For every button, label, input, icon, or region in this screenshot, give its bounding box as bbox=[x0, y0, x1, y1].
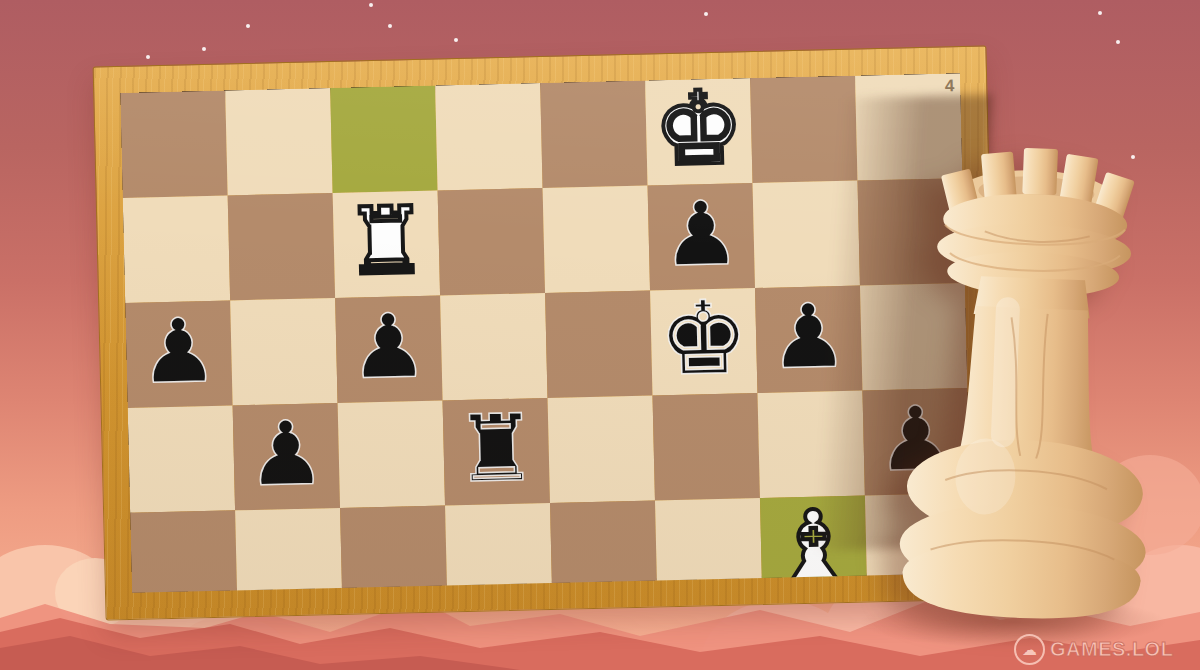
square-g6[interactable] bbox=[230, 298, 337, 405]
square-d4[interactable] bbox=[540, 81, 647, 188]
square-g7[interactable]: ♟ bbox=[233, 403, 340, 510]
square-h4[interactable] bbox=[120, 90, 227, 197]
white-bishop: ♝ bbox=[760, 493, 867, 593]
square-b4[interactable] bbox=[750, 76, 857, 183]
square-f5[interactable]: ♜ bbox=[333, 191, 440, 298]
star-icon bbox=[454, 38, 458, 42]
scene: ♚4♜♟♟♟♚♟♟♜♟♝ bbox=[0, 0, 1200, 670]
star-icon bbox=[1098, 11, 1102, 15]
square-d6[interactable] bbox=[545, 291, 652, 398]
star-icon bbox=[146, 55, 150, 59]
star-icon bbox=[1116, 40, 1120, 44]
black-pawn: ♟ bbox=[233, 400, 340, 507]
white-king: ♚ bbox=[645, 75, 752, 182]
chess-board: ♚4♜♟♟♟♚♟♟♜♟♝ bbox=[120, 73, 972, 593]
square-c4[interactable]: ♚ bbox=[645, 78, 752, 185]
square-b8[interactable]: ♝ bbox=[760, 496, 867, 593]
square-f6[interactable]: ♟ bbox=[335, 295, 442, 402]
games-lol-cloud-icon: ☁ bbox=[1014, 634, 1045, 665]
board-frame: ♚4♜♟♟♟♚♟♟♜♟♝ bbox=[93, 46, 1000, 621]
rank-label-4: 4 bbox=[945, 76, 955, 96]
square-b6[interactable]: ♟ bbox=[755, 286, 862, 393]
square-g5[interactable] bbox=[228, 193, 335, 300]
square-d7[interactable] bbox=[548, 396, 655, 503]
star-icon bbox=[369, 3, 373, 7]
black-pawn: ♟ bbox=[335, 292, 442, 399]
square-h8[interactable] bbox=[130, 510, 237, 592]
black-pawn: ♟ bbox=[755, 283, 862, 390]
rook-column bbox=[958, 306, 1100, 463]
square-c5[interactable]: ♟ bbox=[648, 183, 755, 290]
square-h6[interactable]: ♟ bbox=[125, 300, 232, 407]
square-f4[interactable] bbox=[330, 86, 437, 193]
star-icon bbox=[704, 12, 708, 16]
star-icon bbox=[388, 24, 392, 28]
square-b7[interactable] bbox=[757, 391, 864, 498]
black-king: ♚ bbox=[650, 285, 757, 392]
wooden-rook-3d bbox=[880, 138, 1160, 628]
star-icon bbox=[202, 47, 206, 51]
square-f7[interactable] bbox=[338, 400, 445, 507]
square-c7[interactable] bbox=[653, 393, 760, 500]
square-d5[interactable] bbox=[543, 186, 650, 293]
white-rook: ♜ bbox=[333, 188, 440, 295]
square-e5[interactable] bbox=[438, 188, 545, 295]
square-b5[interactable] bbox=[753, 181, 860, 288]
square-e7[interactable]: ♜ bbox=[443, 398, 550, 505]
star-icon bbox=[246, 24, 250, 28]
square-c8[interactable] bbox=[655, 498, 762, 593]
black-pawn: ♟ bbox=[647, 180, 754, 287]
games-lol-text: GAMES.LOL bbox=[1050, 638, 1173, 661]
square-h5[interactable] bbox=[123, 195, 230, 302]
square-c6[interactable]: ♚ bbox=[650, 288, 757, 395]
square-e4[interactable] bbox=[435, 83, 542, 190]
square-e8[interactable] bbox=[445, 503, 552, 593]
black-rook: ♜ bbox=[442, 395, 549, 502]
square-f8[interactable] bbox=[340, 505, 447, 592]
square-d8[interactable] bbox=[550, 500, 657, 592]
square-h7[interactable] bbox=[128, 405, 235, 512]
square-g8[interactable] bbox=[235, 508, 342, 593]
square-e6[interactable] bbox=[440, 293, 547, 400]
games-lol-watermark: ☁ GAMES.LOL bbox=[1014, 634, 1173, 665]
square-g4[interactable] bbox=[225, 88, 332, 195]
black-pawn: ♟ bbox=[125, 297, 232, 404]
